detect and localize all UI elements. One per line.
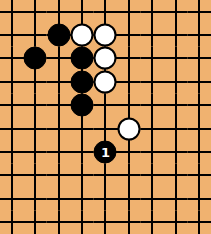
intersection-c6-r6 [117, 117, 140, 140]
intersection-c5-r4 [94, 70, 117, 93]
intersection-c8-r5 [164, 94, 187, 117]
intersection-c9-r1 [188, 0, 211, 23]
intersection-c2-r4 [23, 70, 46, 93]
intersection-c1-r5 [0, 94, 23, 117]
go-board-diagram: 1 [0, 0, 211, 234]
intersection-c4-r3 [70, 47, 93, 70]
intersection-c6-r2 [117, 23, 140, 46]
white-stone [117, 117, 140, 140]
intersection-c7-r4 [141, 70, 164, 93]
intersection-c4-r7 [70, 140, 93, 163]
intersection-c7-r10 [141, 211, 164, 234]
intersection-c7-r7 [141, 140, 164, 163]
intersection-c3-r2 [47, 23, 70, 46]
intersection-c9-r10 [188, 211, 211, 234]
intersection-c9-r5 [188, 94, 211, 117]
intersection-c2-r5 [23, 94, 46, 117]
intersection-c8-r2 [164, 23, 187, 46]
intersection-c2-r10 [23, 211, 46, 234]
intersection-c5-r1 [94, 0, 117, 23]
black-stone [71, 94, 94, 117]
intersection-c7-r5 [141, 94, 164, 117]
intersection-c6-r3 [117, 47, 140, 70]
intersection-c7-r1 [141, 0, 164, 23]
intersection-c9-r4 [188, 70, 211, 93]
intersection-c9-r3 [188, 47, 211, 70]
intersection-c6-r8 [117, 164, 140, 187]
intersection-c8-r8 [164, 164, 187, 187]
intersection-c2-r1 [23, 0, 46, 23]
intersection-c2-r3 [23, 47, 46, 70]
intersection-c3-r3 [47, 47, 70, 70]
intersection-c7-r9 [141, 187, 164, 210]
white-stone [94, 47, 117, 70]
intersection-c4-r2 [70, 23, 93, 46]
intersection-c1-r7 [0, 140, 23, 163]
intersection-c7-r3 [141, 47, 164, 70]
intersection-c6-r5 [117, 94, 140, 117]
black-stone [24, 47, 47, 70]
intersection-c4-r4 [70, 70, 93, 93]
move-number-label: 1 [101, 146, 110, 159]
intersection-c3-r4 [47, 70, 70, 93]
intersection-c4-r5 [70, 94, 93, 117]
intersection-c3-r8 [47, 164, 70, 187]
intersection-c1-r2 [0, 23, 23, 46]
intersection-c4-r9 [70, 187, 93, 210]
intersection-c5-r2 [94, 23, 117, 46]
intersection-c5-r6 [94, 117, 117, 140]
intersection-c5-r8 [94, 164, 117, 187]
intersection-c7-r6 [141, 117, 164, 140]
intersection-c6-r4 [117, 70, 140, 93]
black-stone [71, 70, 94, 93]
black-stone [71, 47, 94, 70]
intersection-c2-r2 [23, 23, 46, 46]
intersection-c2-r8 [23, 164, 46, 187]
intersection-c5-r10 [94, 211, 117, 234]
intersection-c2-r9 [23, 187, 46, 210]
intersection-c6-r9 [117, 187, 140, 210]
intersection-c5-r9 [94, 187, 117, 210]
white-stone [94, 70, 117, 93]
intersection-c1-r8 [0, 164, 23, 187]
intersection-c8-r4 [164, 70, 187, 93]
intersection-c8-r3 [164, 47, 187, 70]
intersection-c4-r10 [70, 211, 93, 234]
black-stone [47, 24, 70, 47]
intersection-c9-r6 [188, 117, 211, 140]
intersection-c5-r5 [94, 94, 117, 117]
intersection-c9-r7 [188, 140, 211, 163]
intersection-c2-r6 [23, 117, 46, 140]
intersection-c6-r7 [117, 140, 140, 163]
intersection-c1-r3 [0, 47, 23, 70]
intersection-c6-r1 [117, 0, 140, 23]
white-stone [94, 24, 117, 47]
intersection-c5-r7: 1 [94, 140, 117, 163]
intersection-c1-r10 [0, 211, 23, 234]
intersection-c8-r1 [164, 0, 187, 23]
intersection-c8-r7 [164, 140, 187, 163]
intersection-c8-r6 [164, 117, 187, 140]
intersection-c8-r10 [164, 211, 187, 234]
intersection-c3-r1 [47, 0, 70, 23]
intersection-c9-r2 [188, 23, 211, 46]
intersection-c4-r8 [70, 164, 93, 187]
intersection-c1-r9 [0, 187, 23, 210]
intersection-c3-r9 [47, 187, 70, 210]
intersection-c9-r8 [188, 164, 211, 187]
intersection-c4-r6 [70, 117, 93, 140]
intersection-c7-r8 [141, 164, 164, 187]
intersection-c3-r10 [47, 211, 70, 234]
intersection-c4-r1 [70, 0, 93, 23]
intersection-c1-r1 [0, 0, 23, 23]
intersection-c2-r7 [23, 140, 46, 163]
intersection-c8-r9 [164, 187, 187, 210]
intersection-c5-r3 [94, 47, 117, 70]
intersection-c7-r2 [141, 23, 164, 46]
intersection-c3-r7 [47, 140, 70, 163]
white-stone [71, 24, 94, 47]
intersection-c1-r6 [0, 117, 23, 140]
move-1-stone: 1 [94, 141, 117, 164]
intersection-c3-r5 [47, 94, 70, 117]
intersection-c9-r9 [188, 187, 211, 210]
intersection-c1-r4 [0, 70, 23, 93]
intersection-c3-r6 [47, 117, 70, 140]
intersection-c6-r10 [117, 211, 140, 234]
